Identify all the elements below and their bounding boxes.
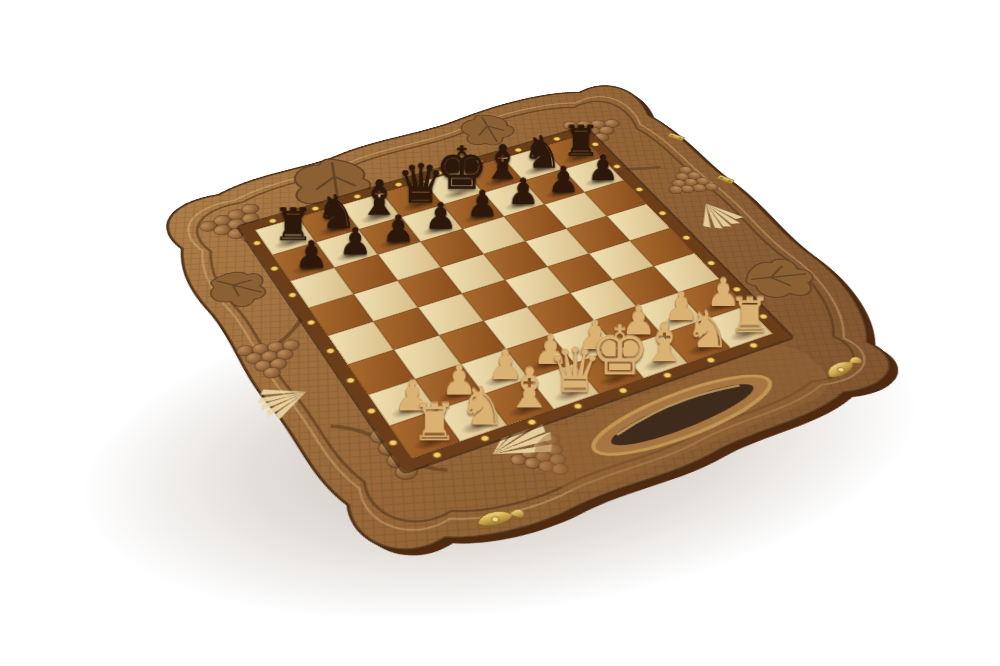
piece-white-knight-g1: ♞	[685, 306, 730, 354]
piece-black-pawn-a7: ♟	[294, 237, 328, 273]
piece-black-pawn-c7: ♟	[382, 211, 415, 246]
piece-white-rook-h1: ♜	[729, 294, 772, 339]
piece-black-pawn-h7: ♟	[587, 151, 619, 185]
piece-black-pawn-e7: ♟	[466, 187, 499, 222]
piece-white-bishop-c1: ♝	[505, 364, 554, 416]
perspective-scene: ♜♞♝♛♚♝♞♜♟♟♟♟♟♟♟♟♟♟♟♟♟♟♟♟♜♞♝♛♚♝♞♜	[0, 0, 1000, 666]
piece-black-pawn-d7: ♟	[424, 199, 457, 234]
piece-white-queen-d1: ♛	[547, 341, 602, 399]
product-photo-canvas: ♜♞♝♛♚♝♞♜♟♟♟♟♟♟♟♟♟♟♟♟♟♟♟♟♜♞♝♛♚♝♞♜	[0, 0, 1000, 666]
piece-white-knight-b1: ♞	[459, 381, 506, 431]
piece-white-rook-a1: ♜	[412, 399, 458, 448]
piece-black-pawn-f7: ♟	[507, 175, 539, 209]
square-a1: ♜	[390, 410, 460, 458]
piece-black-pawn-g7: ♟	[547, 163, 579, 197]
piece-black-pawn-b7: ♟	[338, 224, 372, 260]
carved-wooden-board: ♜♞♝♛♚♝♞♜♟♟♟♟♟♟♟♟♟♟♟♟♟♟♟♟♜♞♝♛♚♝♞♜	[122, 66, 932, 578]
